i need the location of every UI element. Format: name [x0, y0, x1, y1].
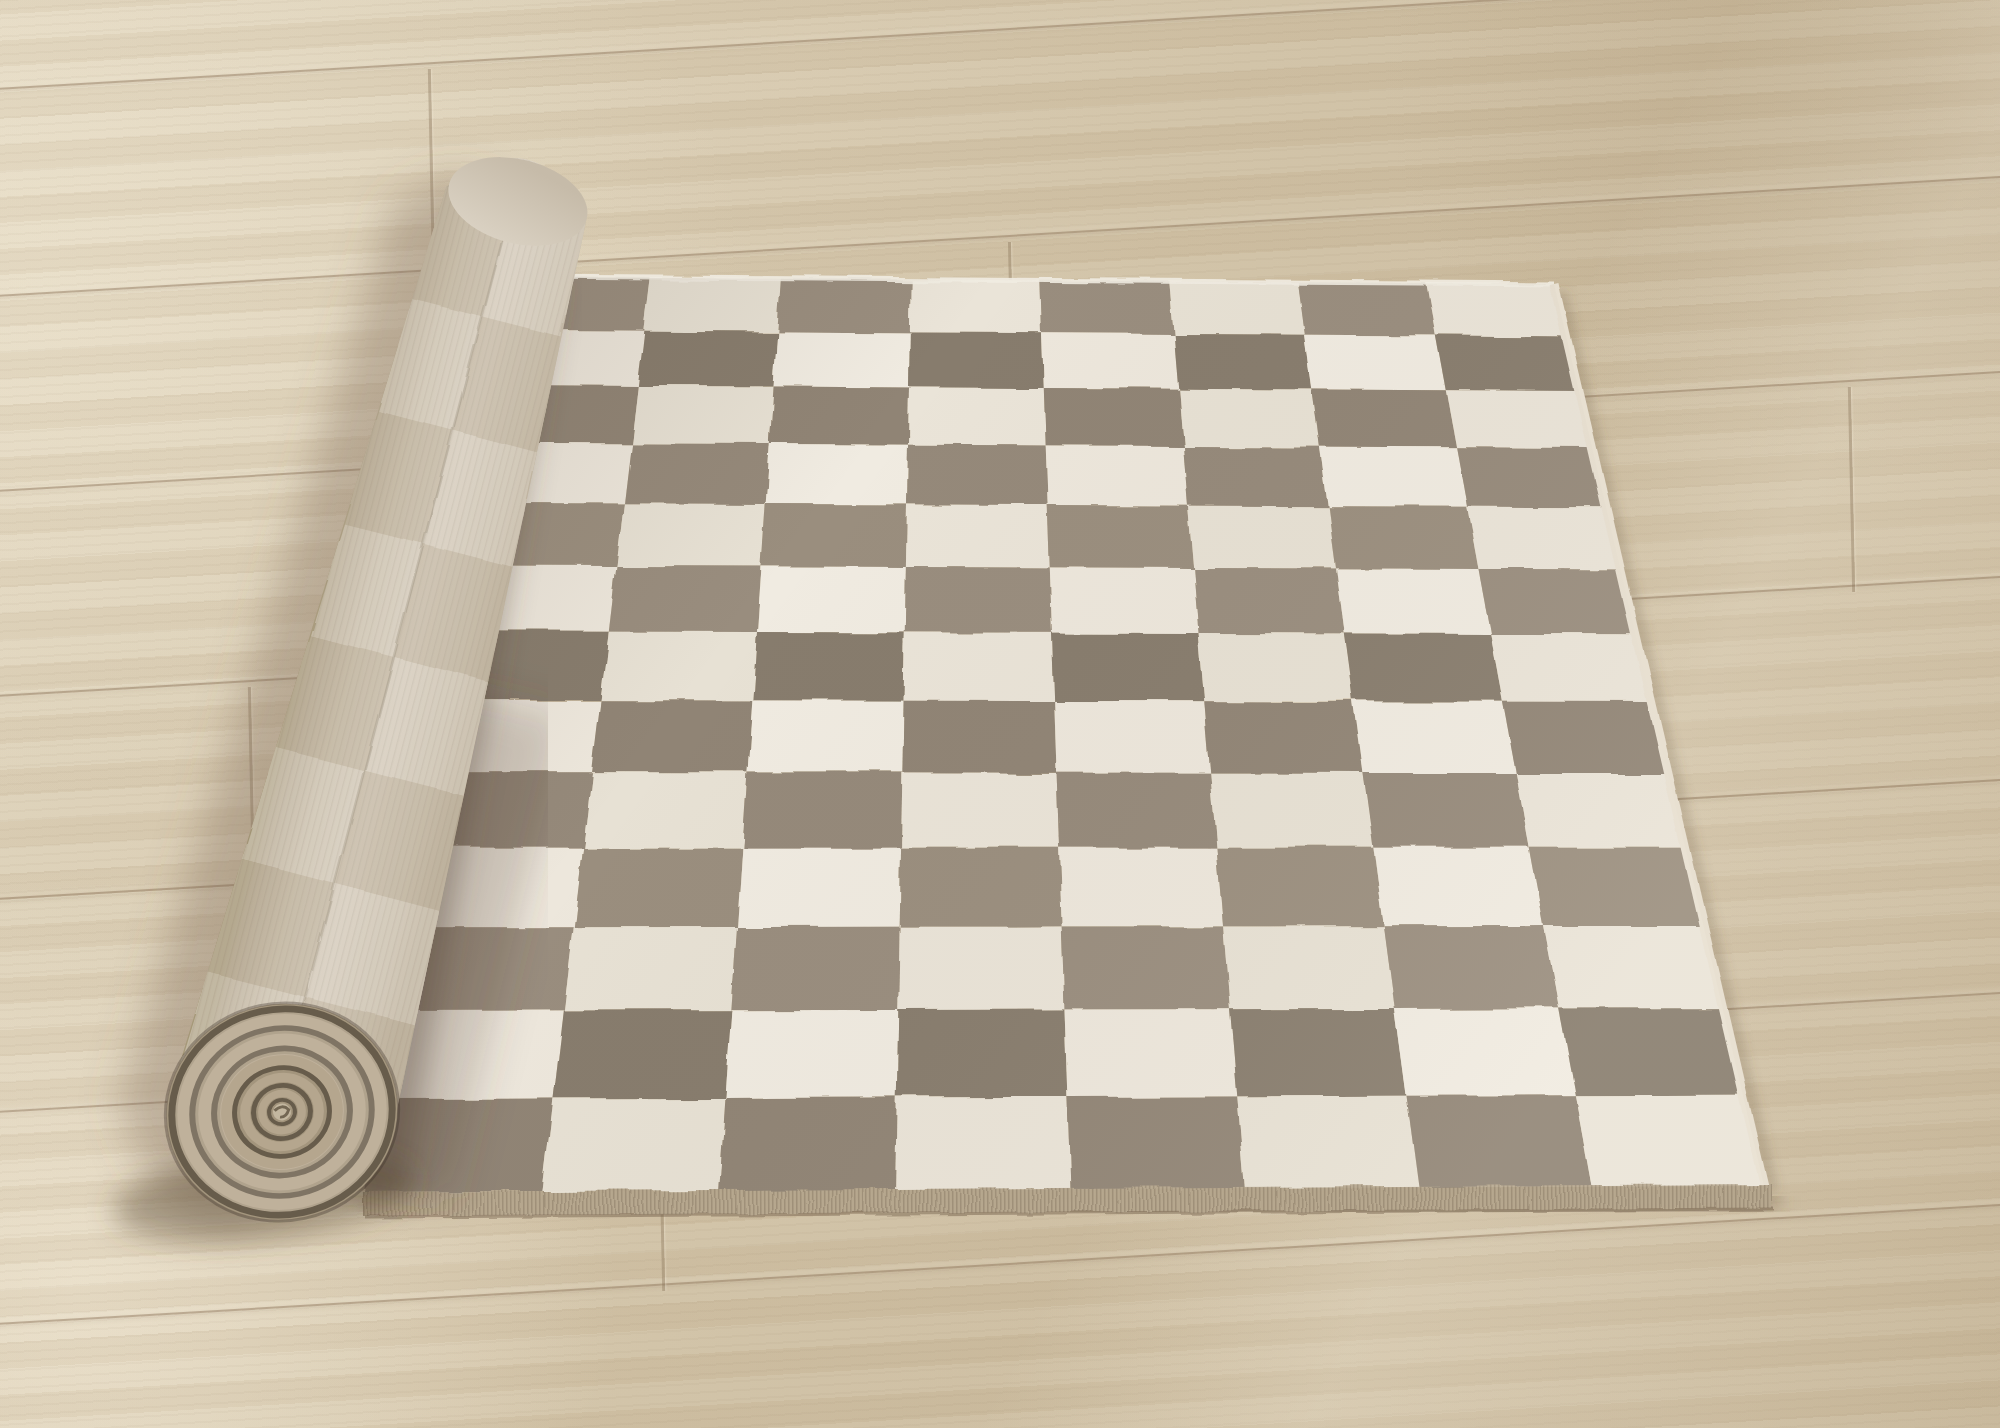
board-sheen: [365, 277, 1764, 1192]
scene: [0, 0, 2000, 1428]
rug-scene-svg: [0, 0, 2000, 1428]
